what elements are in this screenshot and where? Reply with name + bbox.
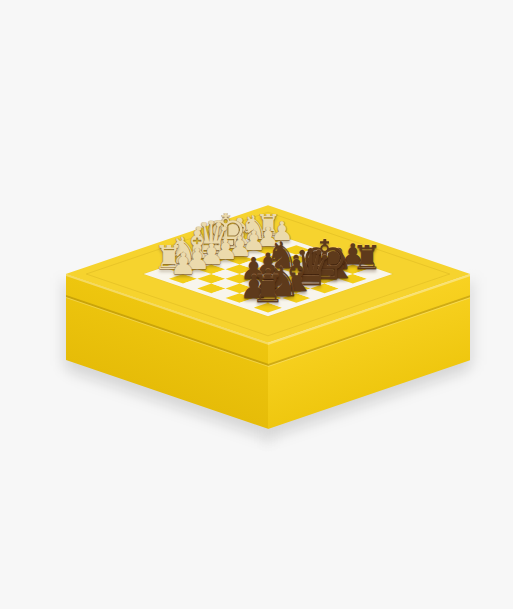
board-border xyxy=(144,232,393,317)
chess-box-product-photo: ♜♞♝♛♚♝♞♜♟♟♟♟♟♟♟♟♜♞♝♛♚♝♜♟♟♟♟♟♟♟♟♞ xyxy=(0,0,513,609)
chess-board xyxy=(155,236,381,313)
